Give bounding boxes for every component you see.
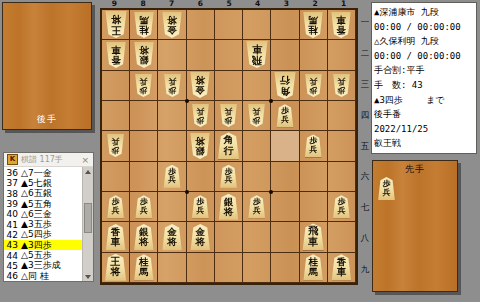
square-7三[interactable]: 歩兵 (158, 71, 186, 101)
square-4五[interactable] (243, 131, 271, 161)
star-point (185, 190, 189, 194)
kifu-titlebar[interactable]: K 棋譜 117手 × (4, 153, 93, 167)
info-line-1: 00:00 / 00:00:00 (374, 20, 474, 35)
square-3六[interactable] (271, 162, 299, 192)
piece-銀将-gote[interactable]: 銀将 (189, 133, 211, 159)
move-number: 36 (4, 168, 18, 178)
rank-label-九: 九 (359, 254, 371, 285)
piece-歩兵-gote[interactable]: 歩兵 (332, 74, 351, 97)
piece-歩兵-sente[interactable]: 歩兵 (247, 195, 266, 218)
square-3七[interactable] (271, 192, 299, 222)
piece-王将-sente[interactable]: 王将 (104, 254, 128, 281)
game-info-panel: ▲深浦康市 九段00:00 / 00:00:00△久保利明 九段00:00 / … (371, 2, 477, 154)
square-3五[interactable] (271, 131, 299, 161)
file-label-8: 8 (129, 0, 158, 8)
piece-金将-gote[interactable]: 金将 (161, 12, 183, 38)
close-icon[interactable]: × (81, 155, 90, 165)
piece-飛車-sente[interactable]: 飛車 (301, 223, 325, 250)
square-9六[interactable] (102, 162, 130, 192)
file-label-7: 7 (157, 0, 186, 8)
square-7五[interactable] (158, 131, 186, 161)
square-4二[interactable]: 飛車 (243, 40, 271, 70)
square-7八[interactable]: 金将 (158, 222, 186, 252)
info-line-5: 手 数: 43 (374, 78, 474, 93)
square-1八[interactable] (328, 222, 356, 252)
square-9二[interactable]: 香車 (102, 40, 130, 70)
square-4六[interactable] (243, 162, 271, 192)
square-5二[interactable] (215, 40, 243, 70)
app-window: 後手 987654321 王将桂馬金将桂馬香車香車銀将飛車歩兵歩兵金将角行歩兵歩… (0, 0, 480, 302)
info-line-2: △久保利明 九段 (374, 34, 474, 49)
square-2五[interactable]: 歩兵 (300, 131, 328, 161)
info-line-9: 叡王戦 (374, 136, 474, 151)
star-point (185, 99, 189, 103)
move-number: 41 (4, 220, 18, 230)
square-3一[interactable] (271, 10, 299, 40)
move-number: 40 (4, 209, 18, 219)
square-3三[interactable]: 角行 (271, 71, 299, 101)
piece-角行-sente[interactable]: 角行 (216, 132, 240, 159)
gote-hand-tray: 後手 (2, 2, 92, 130)
square-2六[interactable] (300, 162, 328, 192)
gote-tray-label: 後手 (3, 113, 91, 126)
square-8四[interactable] (130, 101, 158, 131)
square-4三[interactable] (243, 71, 271, 101)
move-number: 46 (4, 271, 18, 281)
square-5五[interactable]: 角行 (215, 131, 243, 161)
rank-label-四: 四 (359, 100, 371, 131)
file-label-4: 4 (243, 0, 272, 8)
piece-桂馬-gote[interactable]: 桂馬 (302, 12, 324, 38)
piece-金将-sente[interactable]: 金将 (189, 224, 211, 250)
square-2九[interactable]: 桂馬 (300, 253, 328, 283)
piece-歩兵-sente[interactable]: 歩兵 (106, 195, 125, 218)
square-6九[interactable] (187, 253, 215, 283)
square-8二[interactable]: 銀将 (130, 40, 158, 70)
piece-銀将-sente[interactable]: 銀将 (133, 224, 155, 250)
piece-香車-gote[interactable]: 香車 (330, 12, 352, 38)
rank-coordinates: 一二三四五六七八九 (359, 8, 371, 285)
square-8一[interactable]: 桂馬 (130, 10, 158, 40)
shogi-board[interactable]: 王将桂馬金将桂馬香車香車銀将飛車歩兵歩兵金将角行歩兵歩兵歩兵歩兵歩兵歩兵歩兵銀将… (100, 8, 358, 285)
star-point (269, 99, 273, 103)
square-3九[interactable] (271, 253, 299, 283)
kifu-move-46[interactable]: 46△同 桂 (4, 271, 82, 281)
square-9五[interactable]: 歩兵 (102, 131, 130, 161)
piece-歩兵-gote[interactable]: 歩兵 (106, 134, 125, 157)
square-8五[interactable] (130, 131, 158, 161)
file-label-6: 6 (186, 0, 215, 8)
sente-hand-pieces: 歩兵 (377, 177, 396, 200)
square-5四[interactable]: 歩兵 (215, 101, 243, 131)
square-1五[interactable] (328, 131, 356, 161)
square-1二[interactable] (328, 40, 356, 70)
move-number: 39 (4, 199, 18, 209)
square-6八[interactable]: 金将 (187, 222, 215, 252)
square-3八[interactable] (271, 222, 299, 252)
square-1一[interactable]: 香車 (328, 10, 356, 40)
square-5一[interactable] (215, 10, 243, 40)
square-9八[interactable]: 香車 (102, 222, 130, 252)
square-5九[interactable] (215, 253, 243, 283)
rank-label-二: 二 (359, 39, 371, 70)
square-4四[interactable]: 歩兵 (243, 101, 271, 131)
piece-歩兵-gote[interactable]: 歩兵 (163, 74, 182, 97)
square-5七[interactable]: 銀将 (215, 192, 243, 222)
square-5八[interactable] (215, 222, 243, 252)
square-8七[interactable]: 歩兵 (130, 192, 158, 222)
move-list-scrollbar[interactable] (82, 167, 93, 281)
scrollbar-thumb[interactable] (84, 203, 92, 233)
piece-歩兵-gote[interactable]: 歩兵 (191, 104, 210, 127)
square-6三[interactable]: 金将 (187, 71, 215, 101)
square-9一[interactable]: 王将 (102, 10, 130, 40)
square-6六[interactable] (187, 162, 215, 192)
square-9四[interactable] (102, 101, 130, 131)
file-label-5: 5 (215, 0, 244, 8)
move-list[interactable]: 36△7一金37▲5七銀38△6五銀39▲5五角40△6三金41▲3五歩42△5… (4, 167, 82, 281)
piece-飛車-gote[interactable]: 飛車 (245, 41, 269, 68)
move-number: 37 (4, 178, 18, 188)
piece-香車-sente[interactable]: 香車 (330, 254, 352, 280)
info-line-8: 2022/11/25 (374, 122, 474, 137)
piece-歩兵-gote[interactable]: 歩兵 (219, 104, 238, 127)
square-7九[interactable] (158, 253, 186, 283)
piece-歩兵-sente[interactable]: 歩兵 (219, 165, 238, 188)
piece-歩兵-gote[interactable]: 歩兵 (304, 74, 323, 97)
move-number: 44 (4, 251, 18, 261)
file-coordinates: 987654321 (100, 0, 358, 8)
file-label-3: 3 (272, 0, 301, 8)
piece-歩兵-gote[interactable]: 歩兵 (134, 74, 153, 97)
info-line-6: ▲3四歩 まで (374, 93, 474, 108)
square-2四[interactable] (300, 101, 328, 131)
file-label-9: 9 (100, 0, 129, 8)
square-6一[interactable] (187, 10, 215, 40)
square-2七[interactable] (300, 192, 328, 222)
scroll-down-icon[interactable] (83, 272, 93, 281)
piece-歩兵-sente[interactable]: 歩兵 (332, 195, 351, 218)
info-line-4: 手合割:平手 (374, 63, 474, 78)
move-number: 38 (4, 189, 18, 199)
move-number: 43 (4, 240, 18, 250)
piece-香車-sente[interactable]: 香車 (105, 224, 127, 250)
square-2一[interactable]: 桂馬 (300, 10, 328, 40)
info-line-7: 後手番 (374, 107, 474, 122)
move-text: △同 桂 (21, 270, 49, 281)
kifu-panel: K 棋譜 117手 × 36△7一金37▲5七銀38△6五銀39▲5五角40△6… (3, 152, 94, 282)
square-4七[interactable]: 歩兵 (243, 192, 271, 222)
piece-金将-sente[interactable]: 金将 (161, 224, 183, 250)
square-1九[interactable]: 香車 (328, 253, 356, 283)
rank-label-七: 七 (359, 193, 371, 224)
rank-label-一: 一 (359, 8, 371, 39)
kifu-panel-title: 棋譜 117手 (21, 154, 78, 165)
info-line-0: ▲深浦康市 九段 (374, 5, 474, 20)
square-7六[interactable]: 歩兵 (158, 162, 186, 192)
square-4一[interactable] (243, 10, 271, 40)
piece-歩兵-sente[interactable]: 歩兵 (134, 195, 153, 218)
square-7四[interactable] (158, 101, 186, 131)
square-9七[interactable]: 歩兵 (102, 192, 130, 222)
square-4九[interactable] (243, 253, 271, 283)
piece-歩兵-sente[interactable]: 歩兵 (191, 195, 210, 218)
square-4八[interactable] (243, 222, 271, 252)
square-8九[interactable]: 桂馬 (130, 253, 158, 283)
piece-歩兵-gote[interactable]: 歩兵 (247, 104, 266, 127)
star-point (269, 190, 273, 194)
piece-歩兵-sente[interactable]: 歩兵 (275, 104, 294, 127)
square-5三[interactable] (215, 71, 243, 101)
piece-銀将-sente[interactable]: 銀将 (217, 194, 239, 220)
piece-金将-gote[interactable]: 金将 (189, 72, 211, 98)
piece-桂馬-gote[interactable]: 桂馬 (133, 12, 155, 38)
square-1四[interactable] (328, 101, 356, 131)
sente-hand-tray: 先手 歩兵 (372, 160, 458, 292)
piece-角行-gote[interactable]: 角行 (273, 72, 297, 99)
piece-歩兵-sente[interactable]: 歩兵 (377, 177, 396, 200)
file-label-2: 2 (301, 0, 330, 8)
info-line-3: 00:00 / 00:00:00 (374, 49, 474, 64)
square-5六[interactable]: 歩兵 (215, 162, 243, 192)
rank-label-六: 六 (359, 162, 371, 193)
piece-桂馬-sente[interactable]: 桂馬 (133, 254, 155, 280)
square-2八[interactable]: 飛車 (300, 222, 328, 252)
piece-銀将-gote[interactable]: 銀将 (133, 42, 155, 68)
piece-王将-gote[interactable]: 王将 (104, 11, 128, 38)
square-6二[interactable] (187, 40, 215, 70)
square-7二[interactable] (158, 40, 186, 70)
square-2二[interactable] (300, 40, 328, 70)
kifu-app-icon: K (7, 154, 18, 165)
piece-香車-gote[interactable]: 香車 (105, 42, 127, 68)
square-1七[interactable]: 歩兵 (328, 192, 356, 222)
rank-label-八: 八 (359, 223, 371, 254)
square-1六[interactable] (328, 162, 356, 192)
sente-tray-label: 先手 (373, 163, 457, 176)
scroll-up-icon[interactable] (83, 167, 93, 176)
move-number: 45 (4, 261, 18, 271)
square-9九[interactable]: 王将 (102, 253, 130, 283)
square-8三[interactable]: 歩兵 (130, 71, 158, 101)
piece-桂馬-sente[interactable]: 桂馬 (302, 254, 324, 280)
file-label-1: 1 (329, 0, 358, 8)
square-3四[interactable]: 歩兵 (271, 101, 299, 131)
square-6七[interactable]: 歩兵 (187, 192, 215, 222)
square-8六[interactable] (130, 162, 158, 192)
rank-label-五: 五 (359, 131, 371, 162)
square-6五[interactable]: 銀将 (187, 131, 215, 161)
square-2三[interactable]: 歩兵 (300, 71, 328, 101)
square-7七[interactable] (158, 192, 186, 222)
square-6四[interactable]: 歩兵 (187, 101, 215, 131)
square-7一[interactable]: 金将 (158, 10, 186, 40)
piece-歩兵-sente[interactable]: 歩兵 (163, 165, 182, 188)
square-9三[interactable] (102, 71, 130, 101)
rank-label-三: 三 (359, 70, 371, 101)
square-3二[interactable] (271, 40, 299, 70)
piece-歩兵-sente[interactable]: 歩兵 (304, 134, 323, 157)
square-1三[interactable]: 歩兵 (328, 71, 356, 101)
move-number: 42 (4, 230, 18, 240)
square-8八[interactable]: 銀将 (130, 222, 158, 252)
